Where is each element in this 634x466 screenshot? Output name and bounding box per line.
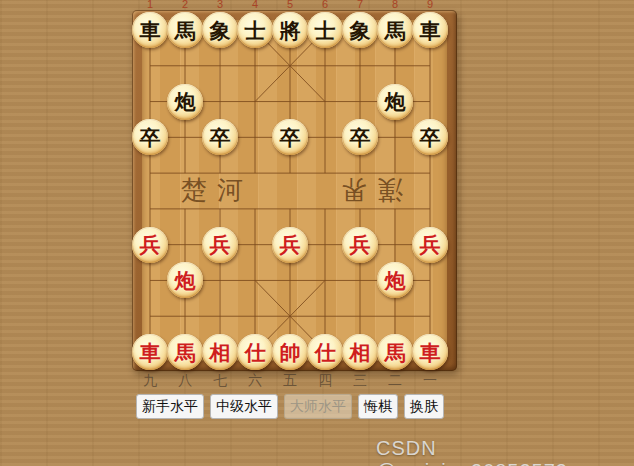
- piece-red-兵[interactable]: 兵: [412, 227, 448, 263]
- piece-red-相[interactable]: 相: [342, 334, 378, 370]
- file-label-bottom-8: 二: [384, 372, 406, 390]
- piece-black-馬[interactable]: 馬: [377, 12, 413, 48]
- file-label-bottom-6: 四: [314, 372, 336, 390]
- piece-black-炮[interactable]: 炮: [167, 84, 203, 120]
- piece-glyph: 兵: [420, 234, 441, 255]
- piece-red-相[interactable]: 相: [202, 334, 238, 370]
- file-label-top-3: 3: [210, 0, 230, 10]
- piece-red-車[interactable]: 車: [132, 334, 168, 370]
- piece-red-帥[interactable]: 帥: [272, 334, 308, 370]
- file-label-top-7: 7: [350, 0, 370, 10]
- piece-red-兵[interactable]: 兵: [272, 227, 308, 263]
- piece-glyph: 象: [210, 20, 231, 41]
- piece-black-馬[interactable]: 馬: [167, 12, 203, 48]
- piece-black-士[interactable]: 士: [237, 12, 273, 48]
- piece-glyph: 炮: [385, 91, 406, 112]
- file-label-bottom-9: 一: [419, 372, 441, 390]
- file-label-bottom-7: 三: [349, 372, 371, 390]
- piece-black-將[interactable]: 將: [272, 12, 308, 48]
- piece-red-馬[interactable]: 馬: [377, 334, 413, 370]
- watermark-text: CSDN @weixin_30852573: [376, 437, 634, 466]
- master-level-button: 大师水平: [284, 394, 352, 419]
- piece-glyph: 卒: [210, 127, 231, 148]
- piece-glyph: 相: [350, 342, 371, 363]
- control-bar: 新手水平中级水平大师水平悔棋换肤: [136, 394, 444, 419]
- piece-black-車[interactable]: 車: [132, 12, 168, 48]
- piece-glyph: 炮: [175, 91, 196, 112]
- piece-red-仕[interactable]: 仕: [307, 334, 343, 370]
- page-root: 楚河 漢界 123456789 九八七六五四三二一 車馬象士將士象馬車炮炮卒卒卒…: [0, 0, 634, 466]
- piece-glyph: 車: [420, 342, 441, 363]
- intermediate-level-button[interactable]: 中级水平: [210, 394, 278, 419]
- river-label-han-jie: 漢界: [331, 175, 403, 205]
- piece-glyph: 卒: [280, 127, 301, 148]
- piece-glyph: 相: [210, 342, 231, 363]
- river-label-chu-he: 楚河: [181, 175, 253, 205]
- undo-move-button[interactable]: 悔棋: [358, 394, 398, 419]
- piece-glyph: 卒: [350, 127, 371, 148]
- piece-glyph: 兵: [350, 234, 371, 255]
- piece-glyph: 車: [420, 20, 441, 41]
- piece-glyph: 車: [140, 342, 161, 363]
- piece-glyph: 馬: [175, 342, 196, 363]
- file-label-top-9: 9: [420, 0, 440, 10]
- piece-glyph: 帥: [280, 342, 301, 363]
- file-label-top-5: 5: [280, 0, 300, 10]
- piece-glyph: 仕: [315, 342, 336, 363]
- file-label-bottom-5: 五: [279, 372, 301, 390]
- file-label-top-4: 4: [245, 0, 265, 10]
- piece-glyph: 馬: [385, 20, 406, 41]
- file-label-bottom-4: 六: [244, 372, 266, 390]
- piece-black-象[interactable]: 象: [342, 12, 378, 48]
- piece-glyph: 卒: [140, 127, 161, 148]
- piece-glyph: 士: [245, 20, 266, 41]
- piece-glyph: 士: [315, 20, 336, 41]
- file-label-bottom-1: 九: [139, 372, 161, 390]
- file-label-bottom-2: 八: [174, 372, 196, 390]
- file-label-top-6: 6: [315, 0, 335, 10]
- piece-glyph: 馬: [175, 20, 196, 41]
- piece-red-仕[interactable]: 仕: [237, 334, 273, 370]
- piece-glyph: 兵: [280, 234, 301, 255]
- piece-glyph: 馬: [385, 342, 406, 363]
- piece-red-兵[interactable]: 兵: [342, 227, 378, 263]
- beginner-level-button[interactable]: 新手水平: [136, 394, 204, 419]
- piece-glyph: 卒: [420, 127, 441, 148]
- piece-black-炮[interactable]: 炮: [377, 84, 413, 120]
- file-label-bottom-3: 七: [209, 372, 231, 390]
- piece-red-兵[interactable]: 兵: [202, 227, 238, 263]
- piece-black-車[interactable]: 車: [412, 12, 448, 48]
- piece-glyph: 炮: [175, 270, 196, 291]
- piece-red-馬[interactable]: 馬: [167, 334, 203, 370]
- piece-red-兵[interactable]: 兵: [132, 227, 168, 263]
- file-label-top-8: 8: [385, 0, 405, 10]
- piece-glyph: 兵: [210, 234, 231, 255]
- piece-glyph: 車: [140, 20, 161, 41]
- piece-glyph: 仕: [245, 342, 266, 363]
- piece-black-象[interactable]: 象: [202, 12, 238, 48]
- piece-glyph: 炮: [385, 270, 406, 291]
- change-skin-button[interactable]: 换肤: [404, 394, 444, 419]
- piece-red-車[interactable]: 車: [412, 334, 448, 370]
- file-label-top-1: 1: [140, 0, 160, 10]
- piece-glyph: 將: [280, 20, 301, 41]
- piece-black-士[interactable]: 士: [307, 12, 343, 48]
- piece-glyph: 兵: [140, 234, 161, 255]
- file-label-top-2: 2: [175, 0, 195, 10]
- piece-glyph: 象: [350, 20, 371, 41]
